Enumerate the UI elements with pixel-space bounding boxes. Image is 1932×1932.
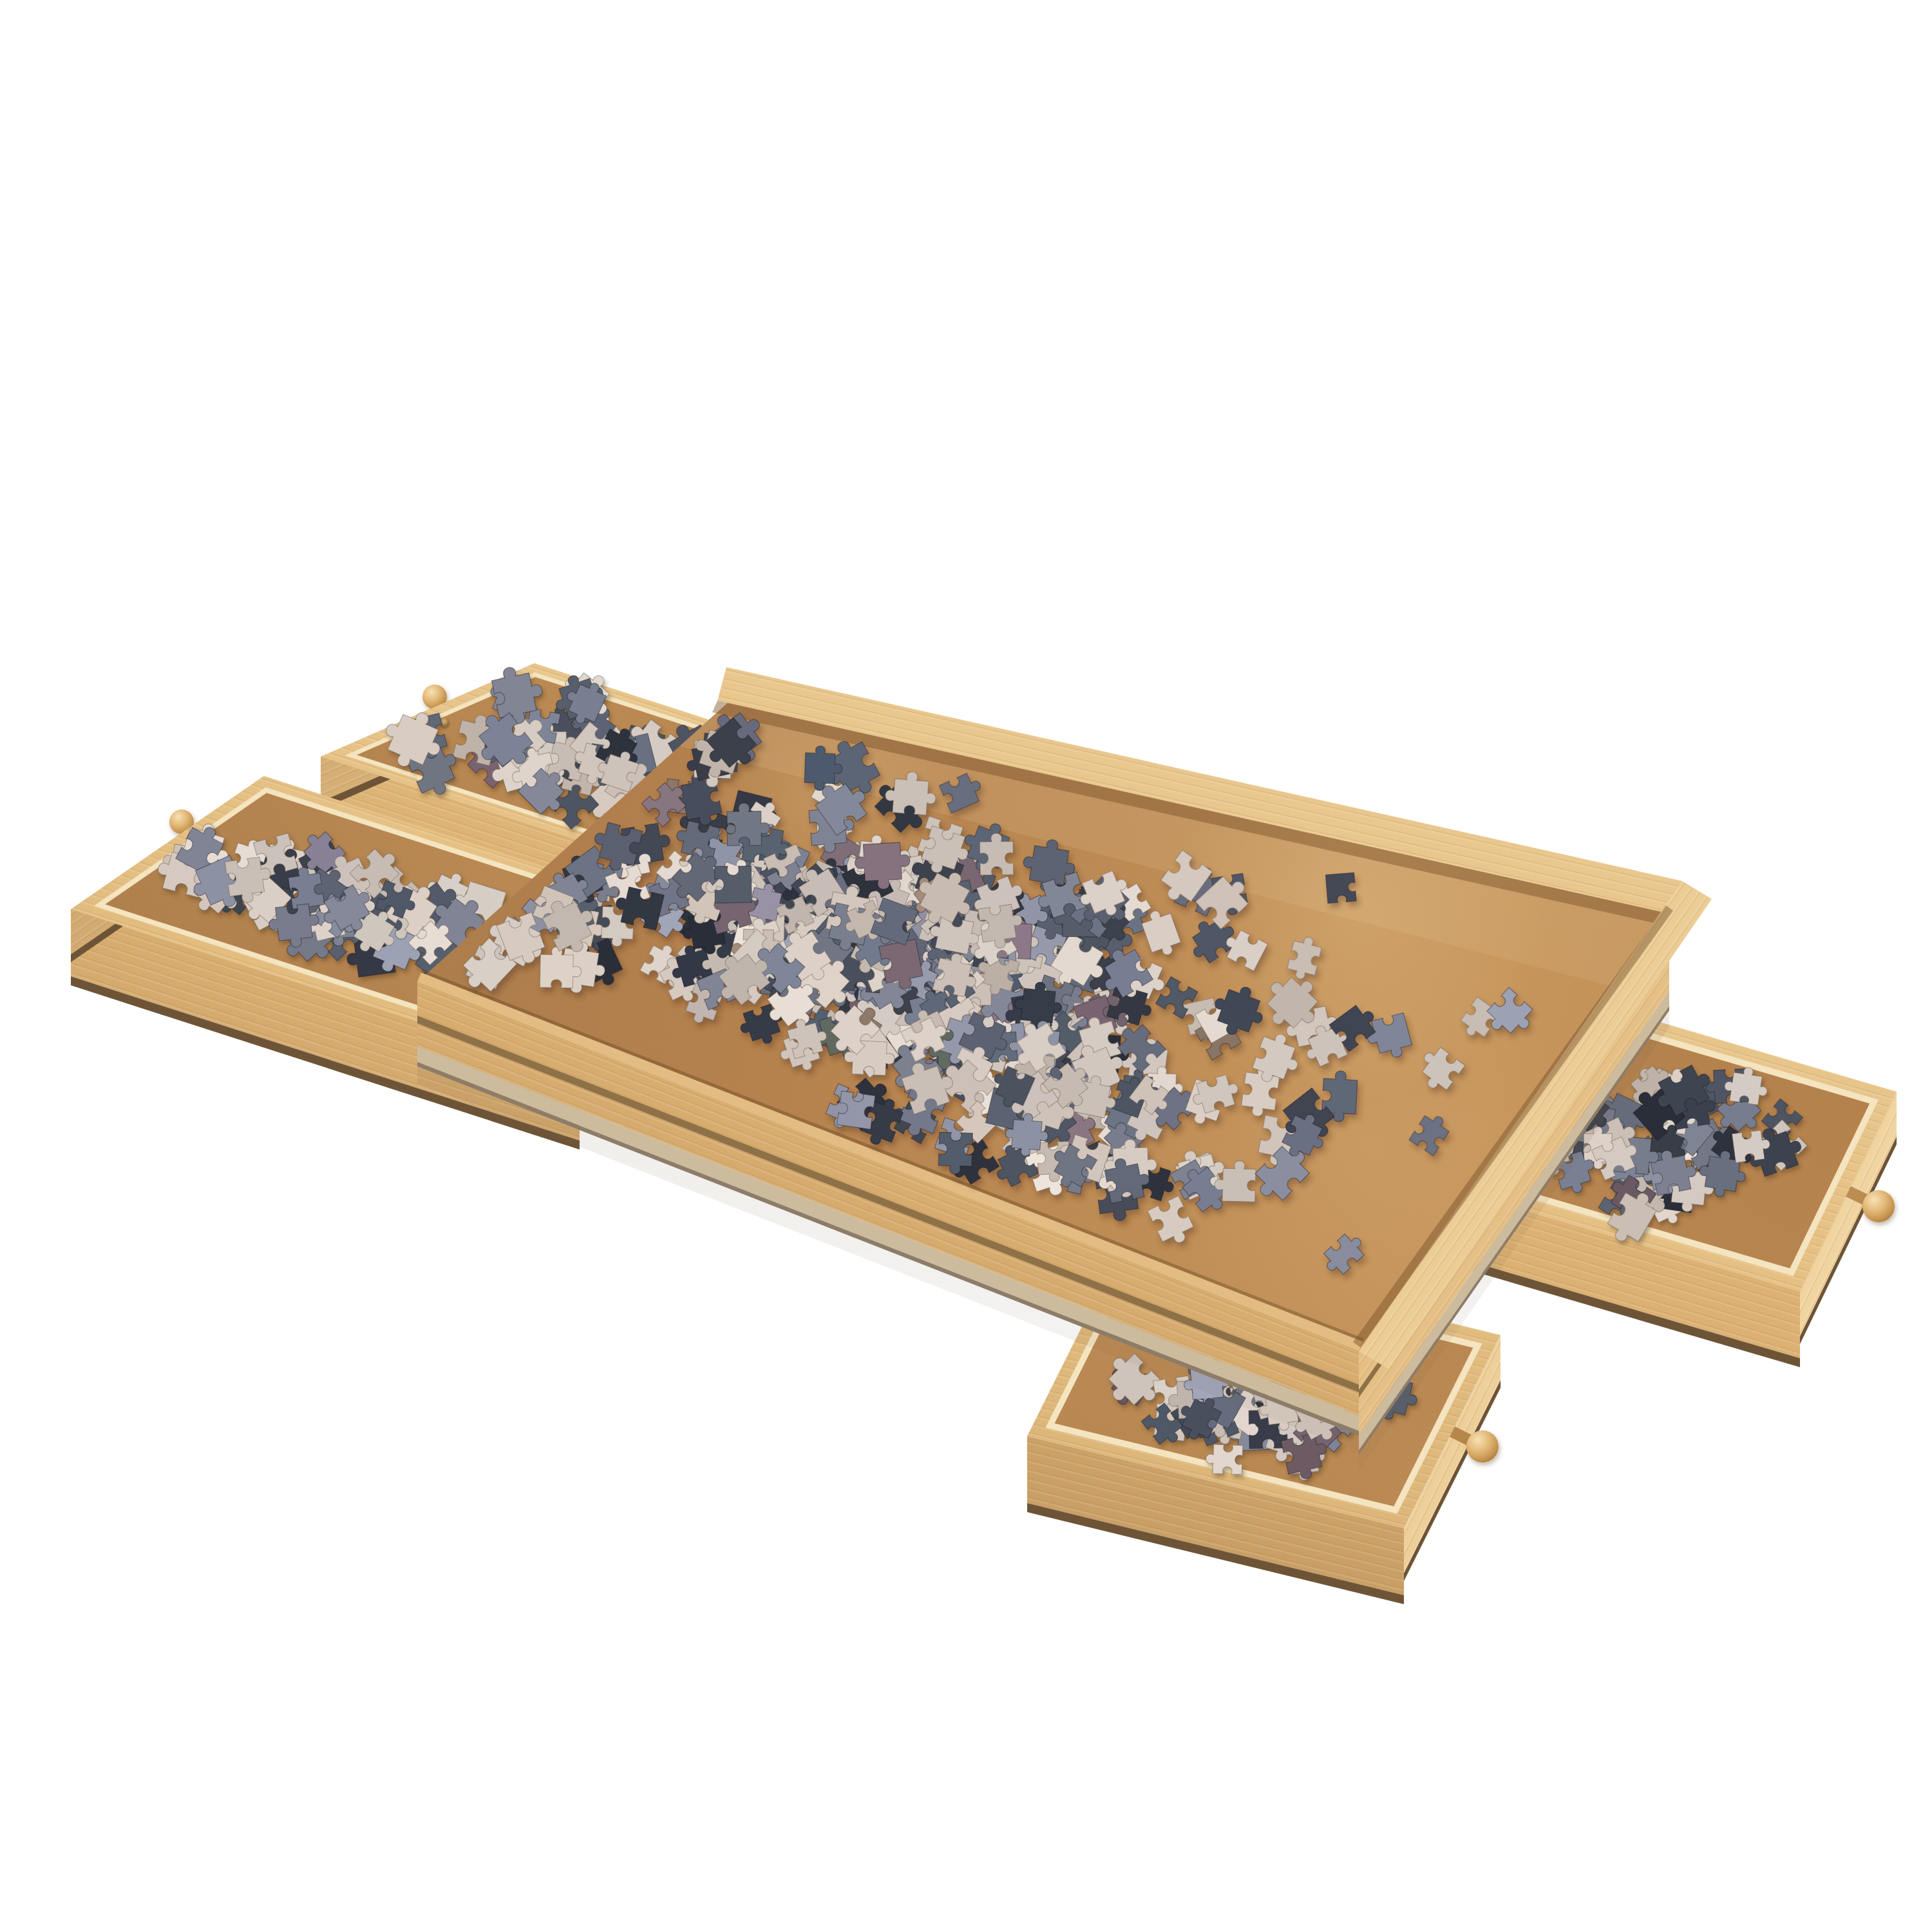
puzzle-piece: [1285, 934, 1323, 982]
puzzle-piece: [1318, 1229, 1369, 1280]
puzzle-piece: [804, 745, 843, 791]
loose-pieces-board-layer: [0, 0, 1932, 1932]
puzzle-piece: [1325, 873, 1356, 904]
puzzle-piece: [1148, 1196, 1197, 1249]
puzzle-piece: [1412, 1043, 1465, 1096]
puzzle-piece: [1409, 1110, 1453, 1155]
puzzle-piece: [939, 770, 986, 813]
product-photo-canvas: [0, 0, 1932, 1932]
